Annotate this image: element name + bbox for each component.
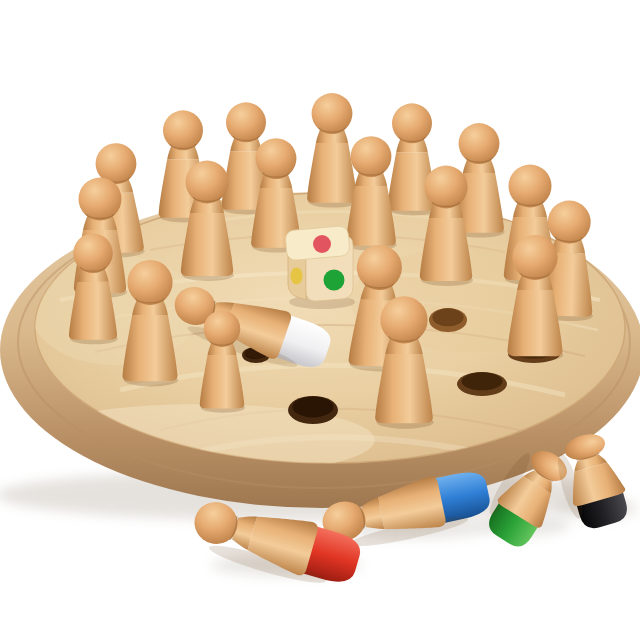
- memory-stick-standing[interactable]: [307, 93, 358, 207]
- peg-hole[interactable]: [457, 372, 507, 396]
- memory-chess-scene: [0, 0, 640, 640]
- color-die[interactable]: [285, 225, 355, 309]
- die-dot-red: [313, 235, 331, 253]
- peg-hole[interactable]: [429, 308, 467, 332]
- peg-hole[interactable]: [288, 396, 338, 424]
- photo-canvas: [0, 0, 640, 640]
- die-dot-green: [324, 270, 345, 291]
- die-dot-yellow: [291, 268, 303, 285]
- memory-stick-standing[interactable]: [346, 136, 397, 250]
